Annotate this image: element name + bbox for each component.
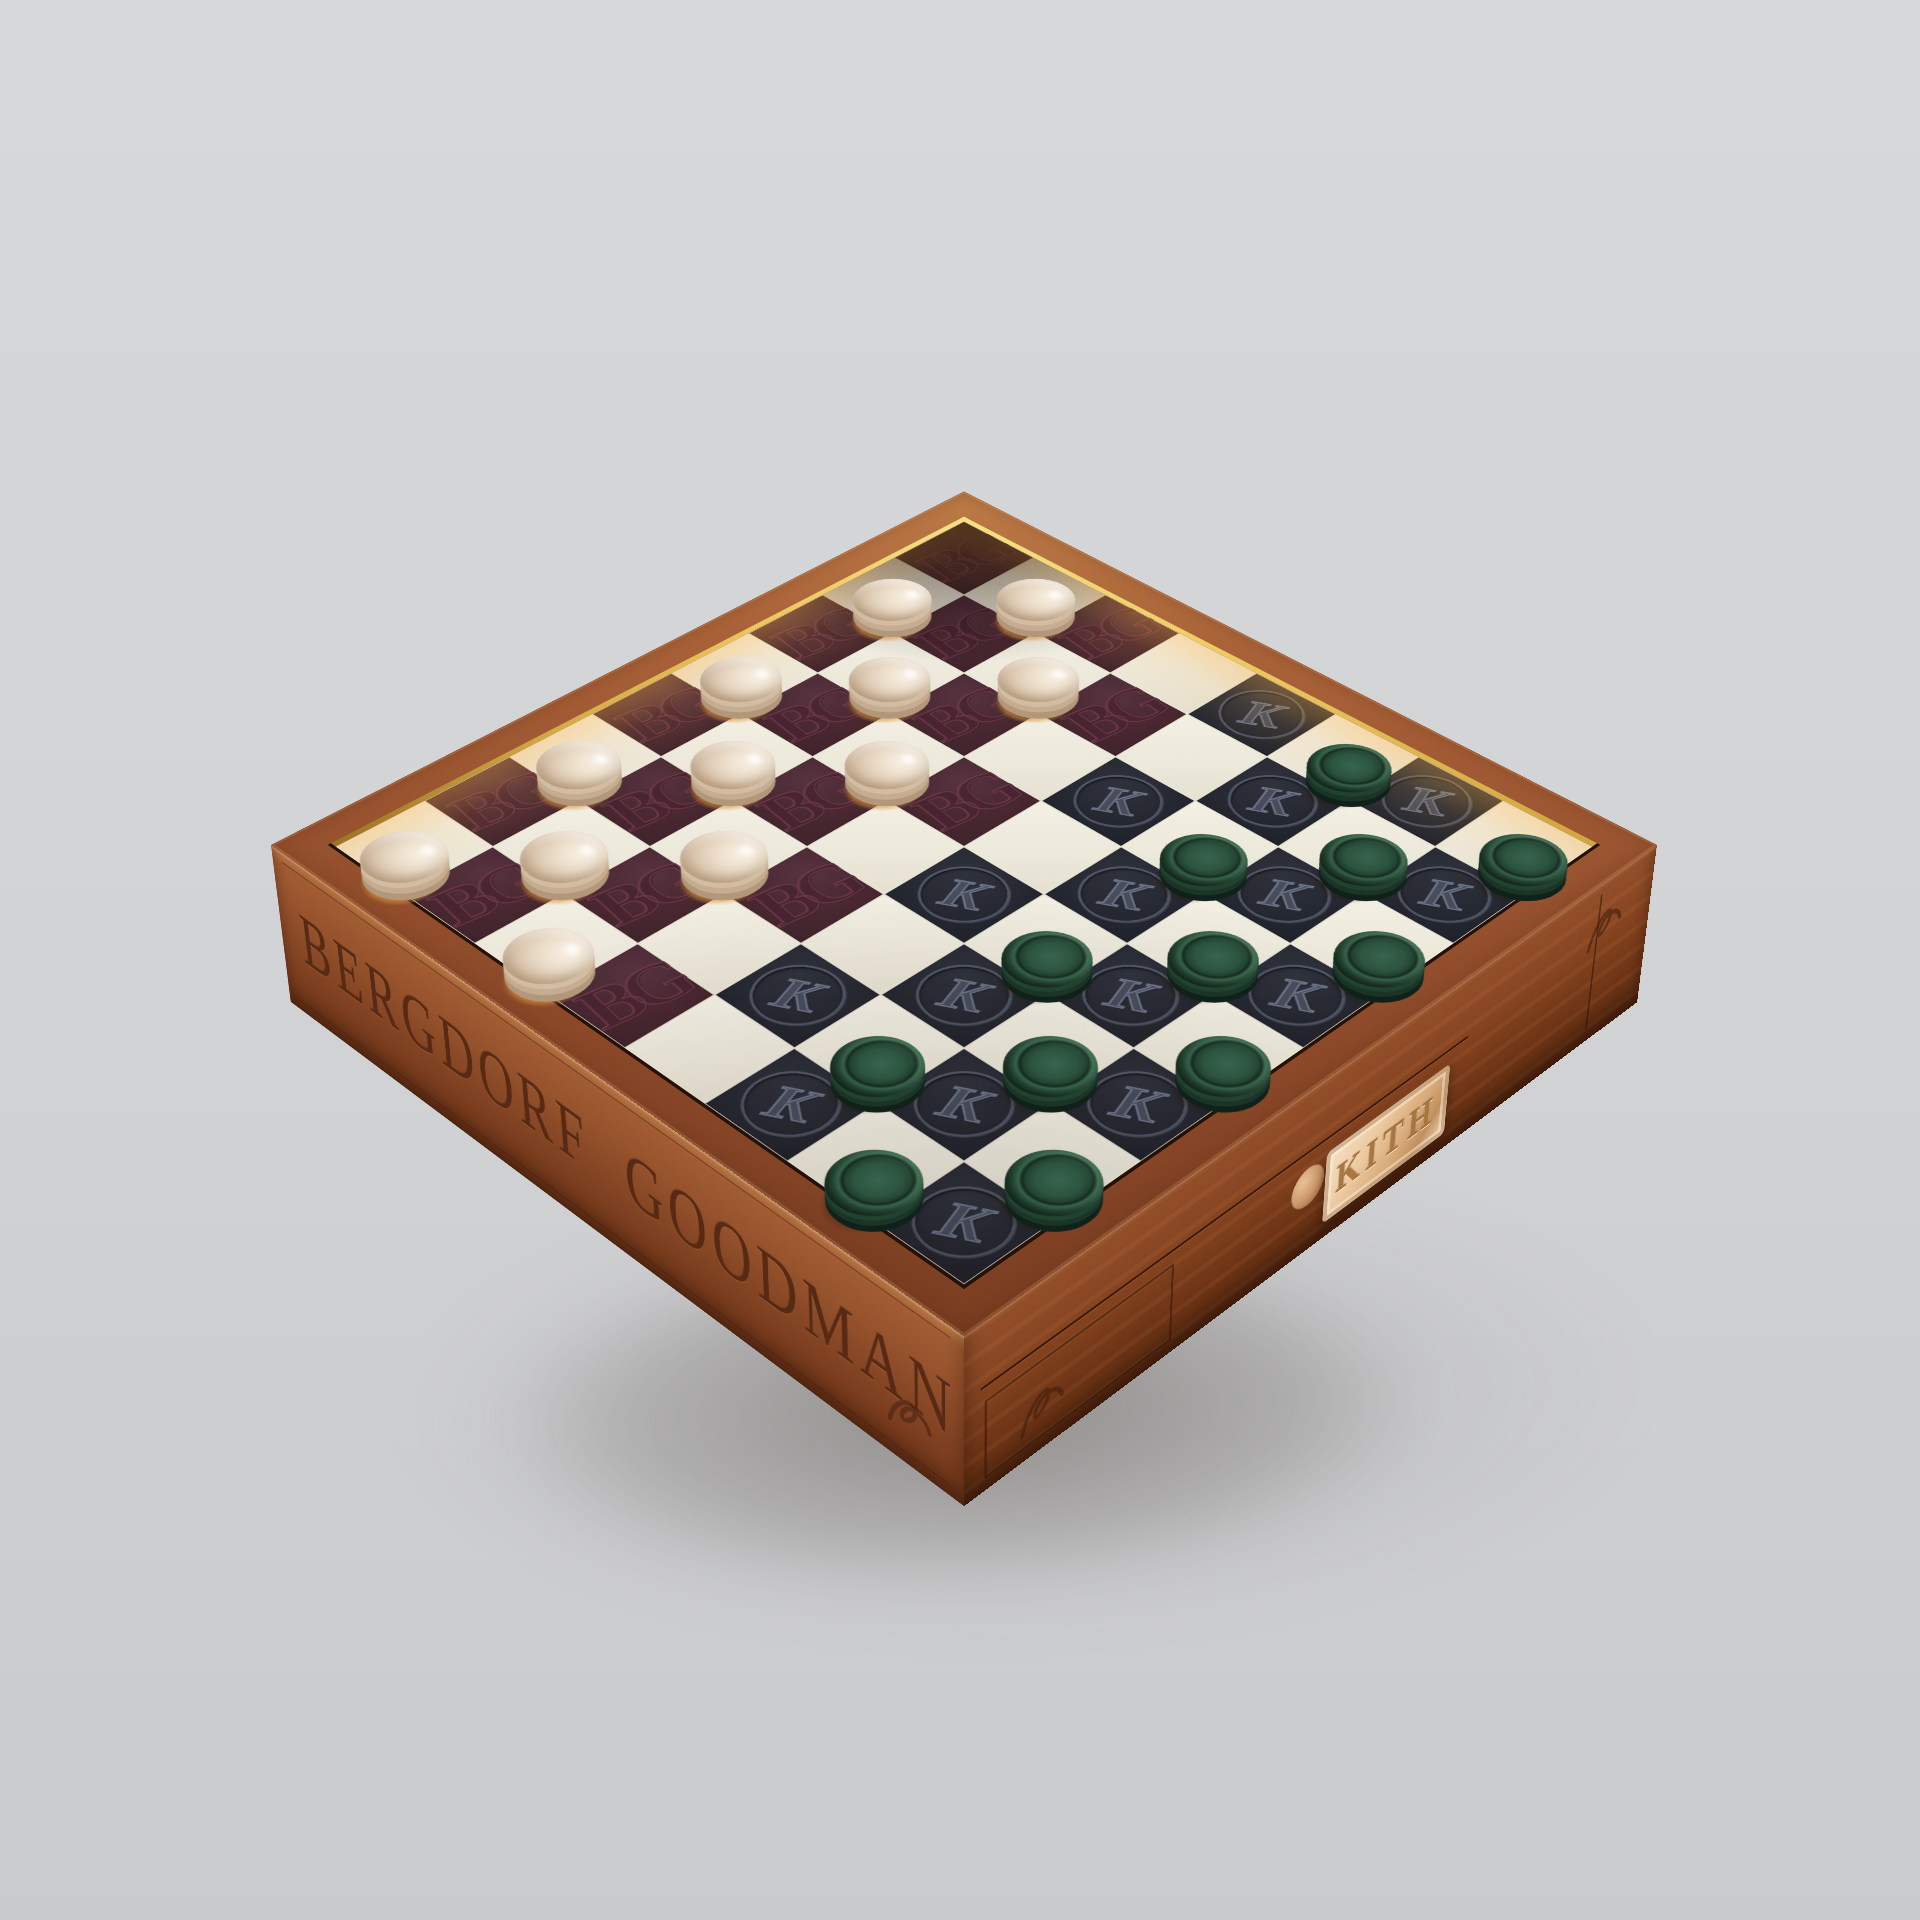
green-checker[interactable]	[1460, 844, 1583, 918]
cream-checker[interactable]	[664, 844, 787, 918]
green-checker[interactable]	[1141, 844, 1264, 918]
studio-scene: BGBGKKBGBGKKBGBGKKBGBGKKBGBGKKBGBGKKBGBG…	[0, 0, 1920, 1920]
green-checker[interactable]	[805, 1158, 944, 1252]
green-checker[interactable]	[811, 1045, 944, 1132]
kith-script-engraving	[1580, 885, 1631, 968]
drawer-pull-stem	[1290, 1156, 1325, 1218]
green-checker[interactable]	[1313, 941, 1441, 1021]
green-checker[interactable]	[983, 941, 1111, 1021]
cream-checker[interactable]	[486, 941, 614, 1021]
green-checker[interactable]	[1148, 941, 1276, 1021]
green-checker[interactable]	[983, 1045, 1116, 1132]
green-checker[interactable]	[1300, 844, 1423, 918]
